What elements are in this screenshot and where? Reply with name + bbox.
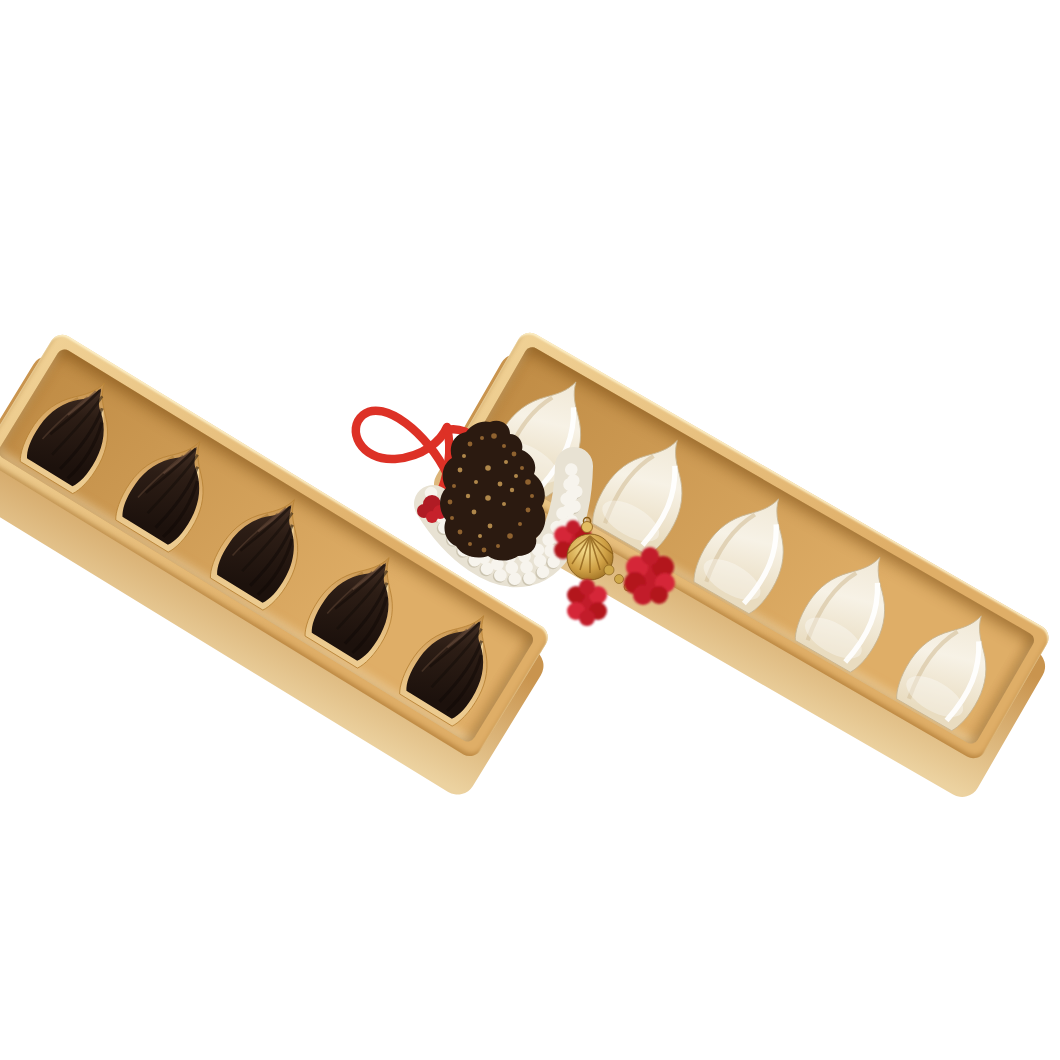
red-pompom bbox=[624, 547, 675, 605]
ganesha-pendant bbox=[330, 380, 710, 660]
scene bbox=[0, 0, 1060, 1060]
ganesha-idol bbox=[440, 421, 545, 561]
red-pompom bbox=[567, 579, 607, 626]
